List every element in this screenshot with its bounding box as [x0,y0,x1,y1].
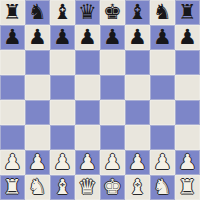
square-d7[interactable]: ♟ [75,25,100,50]
piece-white-pawn: ♟ [53,150,72,175]
square-f3[interactable] [125,125,150,150]
square-a2[interactable]: ♟ [0,150,25,175]
square-a6[interactable] [0,50,25,75]
square-b8[interactable]: ♞ [25,0,50,25]
square-f5[interactable] [125,75,150,100]
square-h6[interactable] [175,50,200,75]
square-e6[interactable] [100,50,125,75]
square-c1[interactable]: ♝ [50,175,75,200]
square-h5[interactable] [175,75,200,100]
square-e8[interactable]: ♚ [100,0,125,25]
square-b2[interactable]: ♟ [25,150,50,175]
square-a8[interactable]: ♜ [0,0,25,25]
piece-white-rook: ♜ [3,175,22,200]
piece-white-pawn: ♟ [178,150,197,175]
square-c7[interactable]: ♟ [50,25,75,50]
piece-black-king: ♚ [103,0,122,25]
square-g5[interactable] [150,75,175,100]
square-d3[interactable] [75,125,100,150]
square-c6[interactable] [50,50,75,75]
square-b6[interactable] [25,50,50,75]
square-e3[interactable] [100,125,125,150]
piece-black-bishop: ♝ [128,0,147,25]
square-b7[interactable]: ♟ [25,25,50,50]
square-h3[interactable] [175,125,200,150]
piece-white-rook: ♜ [178,175,197,200]
chess-board: ♜♞♝♛♚♝♞♜♟♟♟♟♟♟♟♟♟♟♟♟♟♟♟♟♜♞♝♛♚♝♞♜ [0,0,200,200]
piece-white-pawn: ♟ [103,150,122,175]
square-a4[interactable] [0,100,25,125]
square-g2[interactable]: ♟ [150,150,175,175]
piece-black-pawn: ♟ [103,25,122,50]
square-e7[interactable]: ♟ [100,25,125,50]
piece-white-queen: ♛ [78,175,97,200]
square-b3[interactable] [25,125,50,150]
square-h7[interactable]: ♟ [175,25,200,50]
square-c5[interactable] [50,75,75,100]
piece-black-bishop: ♝ [53,0,72,25]
piece-white-knight: ♞ [28,175,47,200]
piece-black-pawn: ♟ [178,25,197,50]
piece-black-rook: ♜ [178,0,197,25]
piece-black-pawn: ♟ [53,25,72,50]
square-h1[interactable]: ♜ [175,175,200,200]
square-g8[interactable]: ♞ [150,0,175,25]
piece-white-pawn: ♟ [128,150,147,175]
square-d5[interactable] [75,75,100,100]
piece-white-pawn: ♟ [153,150,172,175]
square-c3[interactable] [50,125,75,150]
square-f2[interactable]: ♟ [125,150,150,175]
square-f6[interactable] [125,50,150,75]
square-h8[interactable]: ♜ [175,0,200,25]
square-g3[interactable] [150,125,175,150]
square-e1[interactable]: ♚ [100,175,125,200]
piece-black-knight: ♞ [28,0,47,25]
square-d6[interactable] [75,50,100,75]
square-f1[interactable]: ♝ [125,175,150,200]
square-a7[interactable]: ♟ [0,25,25,50]
piece-white-pawn: ♟ [28,150,47,175]
square-g7[interactable]: ♟ [150,25,175,50]
square-h4[interactable] [175,100,200,125]
piece-white-king: ♚ [103,175,122,200]
piece-white-knight: ♞ [153,175,172,200]
chess-board-window: ♜♞♝♛♚♝♞♜♟♟♟♟♟♟♟♟♟♟♟♟♟♟♟♟♜♞♝♛♚♝♞♜ [0,0,200,200]
square-g6[interactable] [150,50,175,75]
piece-white-bishop: ♝ [128,175,147,200]
square-g1[interactable]: ♞ [150,175,175,200]
square-f4[interactable] [125,100,150,125]
square-a3[interactable] [0,125,25,150]
piece-white-bishop: ♝ [53,175,72,200]
piece-black-pawn: ♟ [128,25,147,50]
square-d8[interactable]: ♛ [75,0,100,25]
square-c8[interactable]: ♝ [50,0,75,25]
piece-black-knight: ♞ [153,0,172,25]
piece-black-pawn: ♟ [153,25,172,50]
square-b5[interactable] [25,75,50,100]
square-e4[interactable] [100,100,125,125]
square-f7[interactable]: ♟ [125,25,150,50]
square-d4[interactable] [75,100,100,125]
square-c2[interactable]: ♟ [50,150,75,175]
piece-black-rook: ♜ [3,0,22,25]
piece-black-pawn: ♟ [3,25,22,50]
square-e2[interactable]: ♟ [100,150,125,175]
square-f8[interactable]: ♝ [125,0,150,25]
piece-black-queen: ♛ [78,0,97,25]
square-e5[interactable] [100,75,125,100]
piece-black-pawn: ♟ [28,25,47,50]
square-b1[interactable]: ♞ [25,175,50,200]
piece-white-pawn: ♟ [3,150,22,175]
square-d1[interactable]: ♛ [75,175,100,200]
square-c4[interactable] [50,100,75,125]
square-d2[interactable]: ♟ [75,150,100,175]
square-a1[interactable]: ♜ [0,175,25,200]
square-h2[interactable]: ♟ [175,150,200,175]
square-g4[interactable] [150,100,175,125]
piece-black-pawn: ♟ [78,25,97,50]
square-b4[interactable] [25,100,50,125]
square-a5[interactable] [0,75,25,100]
piece-white-pawn: ♟ [78,150,97,175]
